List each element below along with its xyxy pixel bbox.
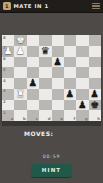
- square-g5[interactable]: [76, 67, 88, 78]
- square-h1[interactable]: h: [89, 110, 101, 121]
- square-h7[interactable]: [89, 46, 101, 57]
- top-bar: 1 MATE IN 1: [0, 0, 103, 13]
- square-f2[interactable]: [64, 100, 76, 111]
- square-b2[interactable]: [14, 100, 26, 111]
- square-d1[interactable]: d: [39, 110, 51, 121]
- square-f8[interactable]: [64, 35, 76, 46]
- square-e3[interactable]: [52, 89, 64, 100]
- square-g4[interactable]: [76, 78, 88, 89]
- square-a4[interactable]: 4: [2, 78, 14, 89]
- board-bottom-shadow: [2, 121, 101, 126]
- square-e7[interactable]: [52, 46, 64, 57]
- piece-black-pawn[interactable]: ♟: [90, 89, 99, 99]
- square-d3[interactable]: [39, 89, 51, 100]
- square-a2[interactable]: 2: [2, 100, 14, 111]
- square-a6[interactable]: 6: [2, 57, 14, 68]
- square-a5[interactable]: 5: [2, 67, 14, 78]
- square-e6[interactable]: ♟: [52, 57, 64, 68]
- puzzle-level-icon: 1: [3, 2, 11, 10]
- square-f7[interactable]: [64, 46, 76, 57]
- square-d7[interactable]: ♛: [39, 46, 51, 57]
- piece-black-pawn[interactable]: ♟: [53, 57, 62, 67]
- file-label-a: a: [11, 117, 14, 121]
- moves-label: MOVES:: [24, 130, 53, 137]
- hint-button-label: HINT: [42, 167, 61, 173]
- square-d4[interactable]: [39, 78, 51, 89]
- square-h3[interactable]: ♟: [89, 89, 101, 100]
- square-g3[interactable]: [76, 89, 88, 100]
- square-d5[interactable]: [39, 67, 51, 78]
- square-e8[interactable]: [52, 35, 64, 46]
- square-c2[interactable]: [27, 100, 39, 111]
- square-b6[interactable]: [14, 57, 26, 68]
- timer-value: 00:59: [0, 154, 103, 159]
- square-a3[interactable]: 3: [2, 89, 14, 100]
- square-h5[interactable]: [89, 67, 101, 78]
- rank-label-5: 5: [3, 68, 6, 72]
- square-b5[interactable]: [14, 67, 26, 78]
- square-e5[interactable]: [52, 67, 64, 78]
- square-f1[interactable]: f: [64, 110, 76, 121]
- square-b7[interactable]: ♟: [14, 46, 26, 57]
- rank-label-1: 1: [3, 111, 6, 115]
- piece-black-pawn[interactable]: ♟: [28, 78, 37, 88]
- square-c6[interactable]: [27, 57, 39, 68]
- square-b1[interactable]: b: [14, 110, 26, 121]
- square-c8[interactable]: [27, 35, 39, 46]
- chess-board: 8♚7♟♟♛6♟54♟3♜♟♟2♟♚1abcdefgh: [2, 35, 101, 121]
- square-g7[interactable]: [76, 46, 88, 57]
- piece-white-king[interactable]: ♚: [16, 35, 25, 45]
- rank-label-6: 6: [3, 57, 6, 61]
- rank-label-8: 8: [3, 36, 6, 40]
- square-e4[interactable]: [52, 78, 64, 89]
- square-c4[interactable]: ♟: [27, 78, 39, 89]
- piece-black-king[interactable]: ♚: [90, 100, 99, 110]
- file-label-e: e: [60, 117, 63, 121]
- file-label-c: c: [36, 117, 38, 121]
- square-h2[interactable]: ♚: [89, 100, 101, 111]
- square-h6[interactable]: [89, 57, 101, 68]
- piece-white-pawn[interactable]: ♟: [16, 46, 25, 56]
- piece-black-queen[interactable]: ♛: [41, 46, 50, 56]
- rank-label-3: 3: [3, 89, 6, 93]
- square-c7[interactable]: [27, 46, 39, 57]
- file-label-g: g: [85, 117, 88, 121]
- square-e1[interactable]: e: [52, 110, 64, 121]
- square-b3[interactable]: ♜: [14, 89, 26, 100]
- square-f6[interactable]: [64, 57, 76, 68]
- hamburger-menu-icon[interactable]: [92, 1, 100, 11]
- square-e2[interactable]: [52, 100, 64, 111]
- file-label-f: f: [74, 117, 76, 121]
- piece-black-pawn[interactable]: ♟: [66, 89, 75, 99]
- rank-label-2: 2: [3, 100, 6, 104]
- square-a1[interactable]: 1a: [2, 110, 14, 121]
- rank-label-7: 7: [3, 46, 6, 50]
- square-c3[interactable]: [27, 89, 39, 100]
- square-d6[interactable]: [39, 57, 51, 68]
- square-h8[interactable]: [89, 35, 101, 46]
- square-a7[interactable]: 7♟: [2, 46, 14, 57]
- piece-white-rook[interactable]: ♜: [16, 89, 25, 99]
- piece-black-pawn[interactable]: ♟: [78, 100, 87, 110]
- square-c1[interactable]: c: [27, 110, 39, 121]
- square-f3[interactable]: ♟: [64, 89, 76, 100]
- page-title: MATE IN 1: [14, 3, 49, 9]
- square-g1[interactable]: g: [76, 110, 88, 121]
- square-g6[interactable]: [76, 57, 88, 68]
- square-g8[interactable]: [76, 35, 88, 46]
- square-f5[interactable]: [64, 67, 76, 78]
- file-label-b: b: [23, 117, 26, 121]
- file-label-d: d: [48, 117, 51, 121]
- rank-label-4: 4: [3, 79, 6, 83]
- square-d2[interactable]: [39, 100, 51, 111]
- file-label-h: h: [97, 117, 100, 121]
- hint-button[interactable]: HINT: [31, 164, 72, 178]
- square-g2[interactable]: ♟: [76, 100, 88, 111]
